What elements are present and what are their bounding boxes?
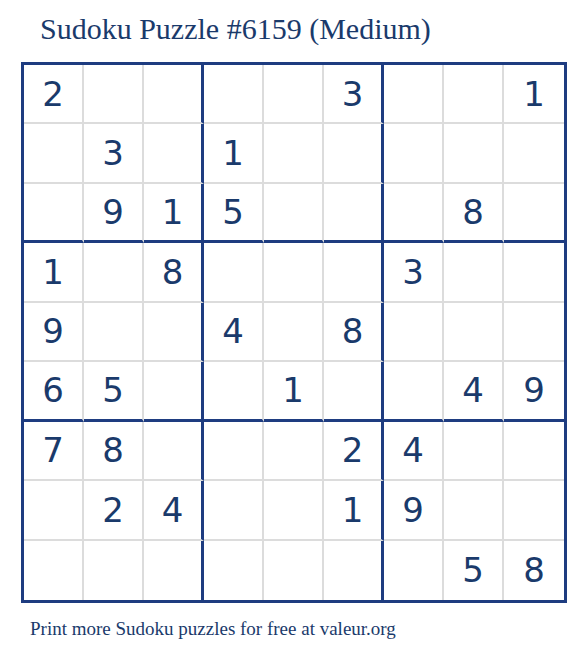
cell-r4c4[interactable] [204,243,264,302]
cell-r3c3[interactable]: 1 [144,184,204,243]
cell-r6c6[interactable] [324,362,384,421]
cell-r1c4[interactable] [204,65,264,124]
cell-r7c4[interactable] [204,422,264,481]
cell-r5c1[interactable]: 9 [24,303,84,362]
cell-r8c9[interactable] [504,481,564,540]
cell-r4c1[interactable]: 1 [24,243,84,302]
cell-r2c2[interactable]: 3 [84,124,144,183]
cell-r3c9[interactable] [504,184,564,243]
cell-r1c5[interactable] [264,65,324,124]
cell-r1c2[interactable] [84,65,144,124]
cell-r1c1[interactable]: 2 [24,65,84,124]
cell-r9c3[interactable] [144,541,204,600]
cell-r4c2[interactable] [84,243,144,302]
cell-r5c6[interactable]: 8 [324,303,384,362]
cell-r7c5[interactable] [264,422,324,481]
cell-r2c4[interactable]: 1 [204,124,264,183]
cell-r4c6[interactable] [324,243,384,302]
cell-r8c4[interactable] [204,481,264,540]
cell-r8c8[interactable] [444,481,504,540]
cell-r7c6[interactable]: 2 [324,422,384,481]
cell-r2c8[interactable] [444,124,504,183]
cell-r8c1[interactable] [24,481,84,540]
cell-r1c9[interactable]: 1 [504,65,564,124]
cell-r2c3[interactable] [144,124,204,183]
cell-r1c7[interactable] [384,65,444,124]
cell-r4c5[interactable] [264,243,324,302]
cell-r3c6[interactable] [324,184,384,243]
cell-r6c9[interactable]: 9 [504,362,564,421]
cell-r6c8[interactable]: 4 [444,362,504,421]
cell-r6c2[interactable]: 5 [84,362,144,421]
cell-r7c9[interactable] [504,422,564,481]
cell-r9c8[interactable]: 5 [444,541,504,600]
cell-r9c5[interactable] [264,541,324,600]
cell-r4c9[interactable] [504,243,564,302]
cell-r8c6[interactable]: 1 [324,481,384,540]
cell-r5c2[interactable] [84,303,144,362]
page-title: Sudoku Puzzle #6159 (Medium) [40,11,431,47]
cell-r1c6[interactable]: 3 [324,65,384,124]
cell-r7c3[interactable] [144,422,204,481]
cell-r4c7[interactable]: 3 [384,243,444,302]
cell-r2c7[interactable] [384,124,444,183]
cell-r7c1[interactable]: 7 [24,422,84,481]
cell-r6c5[interactable]: 1 [264,362,324,421]
cell-r6c4[interactable] [204,362,264,421]
cell-r8c2[interactable]: 2 [84,481,144,540]
cell-r2c1[interactable] [24,124,84,183]
cell-r7c2[interactable]: 8 [84,422,144,481]
cell-r9c7[interactable] [384,541,444,600]
cell-r5c5[interactable] [264,303,324,362]
sudoku-board: 231319158183948651497824241958 [21,62,567,603]
cell-r5c7[interactable] [384,303,444,362]
cell-r8c3[interactable]: 4 [144,481,204,540]
cell-r3c4[interactable]: 5 [204,184,264,243]
cell-r7c8[interactable] [444,422,504,481]
cell-r9c9[interactable]: 8 [504,541,564,600]
cell-r5c8[interactable] [444,303,504,362]
cell-r4c3[interactable]: 8 [144,243,204,302]
cell-r4c8[interactable] [444,243,504,302]
cell-r5c9[interactable] [504,303,564,362]
cell-r1c3[interactable] [144,65,204,124]
cell-r3c5[interactable] [264,184,324,243]
cell-r2c9[interactable] [504,124,564,183]
cell-r3c2[interactable]: 9 [84,184,144,243]
cell-r9c1[interactable] [24,541,84,600]
cell-r1c8[interactable] [444,65,504,124]
cell-r9c2[interactable] [84,541,144,600]
cell-r6c7[interactable] [384,362,444,421]
cell-r5c4[interactable]: 4 [204,303,264,362]
cell-r2c5[interactable] [264,124,324,183]
cell-r9c4[interactable] [204,541,264,600]
cell-r6c3[interactable] [144,362,204,421]
cell-r3c7[interactable] [384,184,444,243]
cell-r9c6[interactable] [324,541,384,600]
cell-r2c6[interactable] [324,124,384,183]
cell-r3c8[interactable]: 8 [444,184,504,243]
footer-text: Print more Sudoku puzzles for free at va… [30,618,396,640]
cell-r6c1[interactable]: 6 [24,362,84,421]
cell-r8c5[interactable] [264,481,324,540]
cell-r3c1[interactable] [24,184,84,243]
cell-r7c7[interactable]: 4 [384,422,444,481]
cell-r5c3[interactable] [144,303,204,362]
cell-r8c7[interactable]: 9 [384,481,444,540]
